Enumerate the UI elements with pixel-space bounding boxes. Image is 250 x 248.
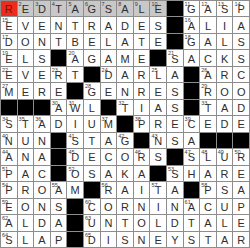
grid-cell[interactable]: V	[18, 67, 34, 82]
cell-letter: C	[233, 69, 249, 82]
cell-letter: T	[134, 36, 150, 49]
grid-cell[interactable]: 65D	[84, 232, 100, 247]
grid-cell[interactable]: I	[134, 100, 150, 115]
grid-cell[interactable]: R	[134, 83, 150, 98]
grid-cell[interactable]: 33T	[200, 100, 216, 115]
cell-letter: R	[217, 168, 233, 181]
cell-letter: P	[200, 184, 216, 197]
grid-cell[interactable]: R	[217, 67, 233, 82]
grid-cell[interactable]: S	[167, 100, 183, 115]
grid-cell[interactable]: E	[84, 34, 100, 49]
grid-cell[interactable]: A	[233, 182, 249, 197]
grid-cell[interactable]: E	[233, 215, 249, 230]
grid-cell[interactable]: L	[84, 100, 100, 115]
grid-cell[interactable]: 37M	[101, 116, 117, 131]
grid-cell[interactable]: A	[200, 34, 216, 49]
grid-cell[interactable]: N	[51, 17, 67, 32]
grid-cell[interactable]: A	[117, 67, 133, 82]
grid-cell[interactable]: B	[67, 34, 83, 49]
grid-cell[interactable]: G	[84, 50, 100, 65]
grid-cell[interactable]: O	[34, 182, 50, 197]
cell-letter: N	[34, 135, 50, 148]
cell-letter: E	[150, 36, 166, 49]
grid-cell[interactable]: E	[34, 17, 50, 32]
cell-letter: S	[34, 52, 50, 65]
cell-letter: E	[233, 217, 249, 230]
grid-cell[interactable]: C	[200, 50, 216, 65]
grid-cell[interactable]: R	[134, 67, 150, 82]
grid-cell[interactable]: H	[184, 166, 200, 181]
grid-cell[interactable]: A	[184, 50, 200, 65]
grid-cell[interactable]: L	[18, 215, 34, 230]
grid-cell[interactable]: R	[1, 1, 17, 16]
cell-letter: S	[117, 234, 133, 247]
cell-letter: T	[67, 69, 83, 82]
cell-letter: M	[1, 85, 17, 98]
black-cell	[34, 100, 50, 115]
cell-letter: R	[18, 184, 34, 197]
grid-cell[interactable]: C	[101, 149, 117, 164]
grid-cell[interactable]: 35T	[18, 116, 34, 131]
cell-letter: O	[217, 85, 233, 98]
cell-letter: T	[84, 135, 100, 148]
cell-letter: O	[18, 201, 34, 214]
grid-cell[interactable]: P	[51, 232, 67, 247]
cell-letter: E	[101, 85, 117, 98]
grid-cell[interactable]: 32T	[117, 100, 133, 115]
grid-cell[interactable]: A	[101, 17, 117, 32]
grid-cell[interactable]: 5A	[67, 1, 83, 16]
grid-cell[interactable]: 54P	[1, 182, 17, 197]
grid-cell[interactable]: U	[217, 199, 233, 214]
grid-cell[interactable]: 3D	[34, 1, 50, 16]
grid-cell[interactable]: 53S	[167, 166, 183, 181]
cell-letter: R	[51, 69, 67, 82]
cell-letter: A	[200, 217, 216, 230]
grid-cell[interactable]: 29R	[200, 83, 216, 98]
cell-letter: C	[101, 151, 117, 164]
grid-cell[interactable]: 12A	[200, 1, 216, 16]
cell-letter: A	[150, 102, 166, 115]
grid-cell[interactable]: D	[233, 100, 249, 115]
grid-cell[interactable]: K	[117, 166, 133, 181]
cell-letter: R	[233, 234, 249, 247]
grid-cell[interactable]: 15E	[1, 17, 17, 32]
cell-letter: E	[150, 234, 166, 247]
grid-cell[interactable]: 38P	[134, 116, 150, 131]
cell-letter: R	[150, 118, 166, 131]
grid-cell[interactable]: S	[184, 232, 200, 247]
cell-letter: N	[101, 217, 117, 230]
grid-cell[interactable]: A	[117, 182, 133, 197]
black-cell	[84, 182, 100, 197]
grid-cell[interactable]: E	[150, 232, 166, 247]
grid-cell[interactable]: S	[150, 17, 166, 32]
grid-cell[interactable]: A	[200, 166, 216, 181]
cell-letter: E	[134, 52, 150, 65]
grid-cell[interactable]: 7S	[101, 1, 117, 16]
cell-letter: N	[34, 36, 50, 49]
grid-cell[interactable]: M	[117, 50, 133, 65]
grid-cell[interactable]: R	[18, 182, 34, 197]
grid-cell[interactable]: 64S	[1, 232, 17, 247]
cell-letter: S	[101, 3, 117, 16]
cell-letter: R	[200, 85, 216, 98]
black-cell	[51, 149, 67, 164]
cell-letter: T	[150, 184, 166, 197]
grid-cell[interactable]: A	[34, 149, 50, 164]
grid-cell[interactable]: T	[117, 215, 133, 230]
grid-cell[interactable]: 59E	[1, 199, 17, 214]
cell-letter: N	[134, 201, 150, 214]
grid-cell[interactable]: N	[34, 34, 50, 49]
grid-cell[interactable]: A	[233, 17, 249, 32]
cell-letter: T	[51, 3, 67, 16]
cell-letter: A	[184, 19, 200, 32]
grid-cell[interactable]: 44A	[1, 149, 17, 164]
grid-cell[interactable]: L	[200, 17, 216, 32]
cell-letter: A	[1, 217, 17, 230]
cell-letter: M	[67, 184, 83, 197]
grid-cell[interactable]: A	[167, 67, 183, 82]
grid-cell[interactable]: S	[167, 133, 183, 148]
grid-cell[interactable]: 45D	[67, 149, 83, 164]
grid-cell[interactable]: 19E	[1, 50, 17, 65]
cell-letter: D	[1, 36, 17, 49]
grid-cell[interactable]: 10E	[150, 1, 166, 16]
grid-cell[interactable]: 50R	[233, 149, 249, 164]
grid-cell[interactable]: 55A	[51, 182, 67, 197]
grid-cell[interactable]: T	[67, 17, 83, 32]
grid-cell[interactable]: M	[67, 182, 83, 197]
grid-cell[interactable]: 46R	[134, 149, 150, 164]
cell-letter: A	[134, 168, 150, 181]
cell-letter: E	[134, 19, 150, 32]
grid-cell[interactable]: S	[117, 232, 133, 247]
grid-cell[interactable]: S	[34, 50, 50, 65]
grid-cell[interactable]: A	[101, 50, 117, 65]
grid-cell[interactable]: N	[134, 199, 150, 214]
grid-cell[interactable]: 17D	[1, 34, 17, 49]
grid-cell[interactable]: 49U	[217, 149, 233, 164]
grid-cell[interactable]: E	[34, 67, 50, 82]
black-cell	[184, 182, 200, 197]
grid-cell[interactable]: T	[51, 34, 67, 49]
grid-cell[interactable]: 51P	[1, 166, 17, 181]
grid-cell[interactable]: 58P	[200, 182, 216, 197]
grid-cell[interactable]: 13S	[217, 1, 233, 16]
grid-cell[interactable]: R	[84, 17, 100, 32]
grid-cell[interactable]: 14P	[233, 1, 249, 16]
cell-letter: S	[233, 52, 249, 65]
cell-letter: E	[34, 19, 50, 32]
cell-letter: C	[84, 201, 100, 214]
grid-cell[interactable]: T	[134, 34, 150, 49]
grid-cell[interactable]: A	[167, 182, 183, 197]
cell-letter: P	[134, 118, 150, 131]
grid-cell[interactable]: I	[134, 182, 150, 197]
cell-letter: D	[34, 217, 50, 230]
grid-cell[interactable]: 61A	[184, 199, 200, 214]
grid-cell[interactable]: 36A	[34, 116, 50, 131]
grid-cell[interactable]: 47S	[184, 149, 200, 164]
grid-cell[interactable]: C	[34, 166, 50, 181]
grid-cell[interactable]: T	[84, 133, 100, 148]
grid-cell[interactable]: 21S	[167, 50, 183, 65]
grid-cell[interactable]: D	[117, 17, 133, 32]
black-cell	[217, 133, 233, 148]
cell-letter: D	[217, 118, 233, 131]
grid-cell[interactable]: E	[167, 116, 183, 131]
grid-cell[interactable]: C	[233, 67, 249, 82]
cell-letter: A	[1, 151, 17, 164]
grid-cell[interactable]: R	[217, 166, 233, 181]
grid-cell[interactable]: N	[18, 149, 34, 164]
grid-cell[interactable]: R	[150, 116, 166, 131]
cell-letter: B	[67, 36, 83, 49]
cell-letter: E	[1, 201, 17, 214]
grid-cell[interactable]: D	[51, 116, 67, 131]
grid-cell[interactable]: N	[117, 83, 133, 98]
grid-cell[interactable]: E	[150, 34, 166, 49]
grid-cell[interactable]: N	[167, 199, 183, 214]
grid-cell[interactable]: 2E	[18, 1, 34, 16]
black-cell	[18, 100, 34, 115]
cell-letter: L	[134, 3, 150, 16]
grid-cell[interactable]: A	[51, 215, 67, 230]
cell-letter: A	[117, 3, 133, 16]
cell-letter: K	[217, 52, 233, 65]
grid-cell[interactable]: S	[217, 182, 233, 197]
cell-letter: G	[117, 135, 133, 148]
grid-cell[interactable]: E	[18, 83, 34, 98]
grid-cell[interactable]: 20A	[67, 50, 83, 65]
grid-cell[interactable]: E	[233, 166, 249, 181]
cell-letter: A	[34, 118, 50, 131]
grid-cell[interactable]: 30A	[51, 100, 67, 115]
grid-cell[interactable]: 57T	[150, 182, 166, 197]
grid-cell[interactable]: L	[150, 215, 166, 230]
grid-cell[interactable]: A	[101, 166, 117, 181]
grid-cell[interactable]: 31W	[67, 100, 83, 115]
grid-cell[interactable]: 23R	[51, 67, 67, 82]
cell-letter: T	[117, 102, 133, 115]
cell-letter: O	[233, 85, 249, 98]
cell-letter: O	[134, 217, 150, 230]
cell-letter: V	[18, 19, 34, 32]
grid-cell[interactable]: I	[150, 199, 166, 214]
grid-cell[interactable]: A	[150, 100, 166, 115]
cell-letter: L	[18, 217, 34, 230]
grid-cell[interactable]: 60C	[84, 199, 100, 214]
grid-cell[interactable]: 4T	[51, 1, 67, 16]
grid-cell[interactable]: 52O	[67, 166, 83, 181]
cell-letter: L	[217, 217, 233, 230]
cell-letter: D	[101, 69, 117, 82]
grid-cell[interactable]: A	[184, 133, 200, 148]
cell-letter: D	[167, 217, 183, 230]
grid-cell[interactable]: A	[34, 232, 50, 247]
grid-cell[interactable]: E	[200, 116, 216, 131]
grid-cell[interactable]: A	[117, 34, 133, 49]
grid-cell[interactable]: 42G	[117, 133, 133, 148]
grid-cell[interactable]: 27M	[1, 83, 17, 98]
grid-cell[interactable]: 41S	[67, 133, 83, 148]
grid-cell[interactable]: C	[200, 199, 216, 214]
grid-cell[interactable]: I	[101, 232, 117, 247]
grid-cell[interactable]: A	[18, 166, 34, 181]
cell-letter: U	[217, 151, 233, 164]
grid-cell[interactable]: L	[217, 215, 233, 230]
grid-cell[interactable]: S	[233, 50, 249, 65]
grid-cell[interactable]: E	[84, 149, 100, 164]
grid-cell[interactable]: E	[150, 83, 166, 98]
grid-cell[interactable]: U	[18, 133, 34, 148]
cell-letter: N	[117, 85, 133, 98]
black-cell	[200, 133, 216, 148]
grid-cell[interactable]: 56R	[101, 182, 117, 197]
grid-cell[interactable]: E	[233, 116, 249, 131]
cell-letter: A	[117, 69, 133, 82]
grid-cell[interactable]: 16A	[184, 17, 200, 32]
grid-cell[interactable]: L	[18, 232, 34, 247]
grid-cell[interactable]: E	[134, 17, 150, 32]
grid-cell[interactable]: O	[217, 83, 233, 98]
black-cell	[117, 116, 133, 131]
cell-letter: T	[200, 234, 216, 247]
cell-letter: E	[233, 118, 249, 131]
grid-cell[interactable]: S	[150, 149, 166, 164]
cell-letter: D	[233, 102, 249, 115]
cell-letter: U	[18, 135, 34, 148]
grid-cell[interactable]: I	[67, 116, 83, 131]
grid-cell[interactable]: 39C	[184, 116, 200, 131]
grid-cell[interactable]: 26A	[200, 67, 216, 82]
grid-cell[interactable]: A	[200, 215, 216, 230]
cell-letter: E	[150, 3, 166, 16]
grid-cell[interactable]: D	[167, 215, 183, 230]
black-cell	[167, 34, 183, 49]
grid-cell[interactable]: A	[101, 133, 117, 148]
grid-cell[interactable]: 28G	[84, 83, 100, 98]
grid-cell[interactable]: E	[51, 83, 67, 98]
grid-cell[interactable]: 62A	[1, 215, 17, 230]
grid-cell[interactable]: 24D	[101, 67, 117, 82]
cell-letter: N	[1, 135, 17, 148]
black-cell	[184, 100, 200, 115]
grid-cell[interactable]: A	[134, 166, 150, 181]
grid-cell[interactable]: 40N	[1, 133, 17, 148]
grid-cell[interactable]: T	[67, 67, 83, 82]
grid-cell[interactable]: S	[233, 34, 249, 49]
grid-cell[interactable]: 9L	[134, 1, 150, 16]
grid-cell[interactable]: N	[34, 133, 50, 148]
grid-cell[interactable]: 22E	[1, 67, 17, 82]
grid-cell[interactable]: U	[84, 116, 100, 131]
cell-letter: A	[184, 201, 200, 214]
cell-letter: V	[18, 69, 34, 82]
black-cell	[1, 100, 17, 115]
cell-letter: P	[233, 3, 249, 16]
cell-letter: A	[51, 217, 67, 230]
grid-cell[interactable]: 48L	[200, 149, 216, 164]
cell-letter: E	[84, 36, 100, 49]
cell-letter: U	[84, 118, 100, 131]
grid-cell[interactable]: R	[117, 199, 133, 214]
cell-letter: A	[200, 168, 216, 181]
grid-cell[interactable]: O	[101, 199, 117, 214]
cell-letter: M	[117, 52, 133, 65]
black-cell	[150, 166, 166, 181]
cell-letter: T	[51, 36, 67, 49]
cell-letter: A	[184, 135, 200, 148]
grid-cell[interactable]: O	[233, 83, 249, 98]
cell-letter: S	[233, 36, 249, 49]
cell-letter: A	[34, 234, 50, 247]
grid-cell[interactable]: T	[200, 232, 216, 247]
grid-cell[interactable]: S	[167, 83, 183, 98]
grid-cell[interactable]: T	[184, 215, 200, 230]
grid-cell[interactable]: 11G	[184, 1, 200, 16]
black-cell	[167, 17, 183, 32]
grid-cell[interactable]: V	[18, 17, 34, 32]
grid-cell[interactable]: Y	[167, 232, 183, 247]
cell-letter: D	[117, 19, 133, 32]
grid-cell[interactable]: R	[233, 232, 249, 247]
grid-cell[interactable]: 34S	[1, 116, 17, 131]
grid-cell[interactable]: E	[101, 83, 117, 98]
grid-cell[interactable]: L	[101, 34, 117, 49]
grid-cell[interactable]: S	[84, 166, 100, 181]
grid-cell[interactable]: A	[217, 100, 233, 115]
grid-cell[interactable]: O	[117, 149, 133, 164]
grid-cell[interactable]: O	[134, 215, 150, 230]
grid-cell[interactable]: I	[217, 17, 233, 32]
cell-letter: A	[200, 69, 216, 82]
cell-letter: L	[18, 52, 34, 65]
cell-letter: I	[101, 234, 117, 247]
black-cell	[167, 149, 183, 164]
grid-cell[interactable]: N	[101, 215, 117, 230]
grid-cell[interactable]: S	[51, 199, 67, 214]
grid-cell[interactable]: O	[18, 34, 34, 49]
cell-letter: R	[134, 85, 150, 98]
black-cell	[84, 67, 100, 82]
grid-cell[interactable]: D	[34, 215, 50, 230]
grid-cell[interactable]: L	[217, 34, 233, 49]
grid-cell[interactable]: 6G	[84, 1, 100, 16]
cell-letter: A	[18, 168, 34, 181]
grid-cell[interactable]: O	[18, 199, 34, 214]
cell-letter: T	[200, 102, 216, 115]
grid-cell[interactable]: 8A	[117, 1, 133, 16]
grid-cell[interactable]: N	[134, 232, 150, 247]
grid-cell[interactable]: 18G	[184, 34, 200, 49]
cell-letter: S	[167, 135, 183, 148]
grid-cell[interactable]: L	[18, 50, 34, 65]
grid-cell[interactable]: E	[134, 50, 150, 65]
grid-cell[interactable]: A	[217, 232, 233, 247]
black-cell	[67, 215, 83, 230]
grid-cell[interactable]: 25L	[150, 67, 166, 82]
grid-cell[interactable]: N	[34, 199, 50, 214]
grid-cell[interactable]: P	[233, 199, 249, 214]
grid-cell[interactable]: 43N	[150, 133, 166, 148]
grid-cell[interactable]: R	[34, 83, 50, 98]
grid-cell[interactable]: 63U	[84, 215, 100, 230]
grid-cell[interactable]: K	[217, 50, 233, 65]
grid-cell[interactable]: D	[217, 116, 233, 131]
